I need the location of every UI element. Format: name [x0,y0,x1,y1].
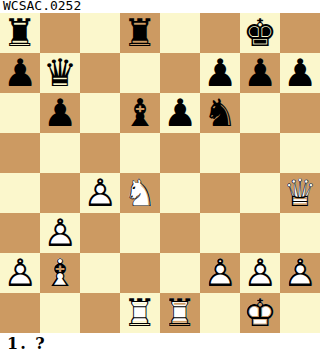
white-pawn-fill: ♟ [280,253,320,293]
square-a1[interactable] [0,293,40,333]
square-d4[interactable]: ♞♘ [120,173,160,213]
black-king-icon: ♚ [240,13,280,53]
square-a4[interactable] [0,173,40,213]
black-pawn-icon: ♟ [240,53,280,93]
square-f8[interactable] [200,13,240,53]
square-d8[interactable]: ♜ [120,13,160,53]
white-pawn-icon: ♙ [280,253,320,293]
square-h7[interactable]: ♟ [280,53,320,93]
square-d5[interactable] [120,133,160,173]
square-f2[interactable]: ♟♙ [200,253,240,293]
square-e6[interactable]: ♟ [160,93,200,133]
square-g8[interactable]: ♚ [240,13,280,53]
square-b3[interactable]: ♟♙ [40,213,80,253]
square-b4[interactable] [40,173,80,213]
white-bishop-fill: ♝ [40,253,80,293]
white-rook-fill: ♜ [120,293,160,333]
square-b1[interactable] [40,293,80,333]
black-queen-icon: ♛ [40,53,80,93]
black-pawn-icon: ♟ [160,93,200,133]
square-g1[interactable]: ♚♔ [240,293,280,333]
square-g5[interactable] [240,133,280,173]
chess-board: ♜♜♚♟♛♟♟♟♟♝♟♞♟♙♞♘♛♕♟♙♟♙♝♗♟♙♟♙♟♙♜♖♜♖♚♔ [0,13,320,333]
square-c4[interactable]: ♟♙ [80,173,120,213]
square-b8[interactable] [40,13,80,53]
square-b2[interactable]: ♝♗ [40,253,80,293]
square-h6[interactable] [280,93,320,133]
square-c7[interactable] [80,53,120,93]
white-pawn-fill: ♟ [80,173,120,213]
square-h2[interactable]: ♟♙ [280,253,320,293]
square-f4[interactable] [200,173,240,213]
square-h4[interactable]: ♛♕ [280,173,320,213]
square-h3[interactable] [280,213,320,253]
white-rook-icon: ♖ [120,293,160,333]
square-a7[interactable]: ♟ [0,53,40,93]
white-knight-fill: ♞ [120,173,160,213]
white-pawn-icon: ♙ [0,253,40,293]
square-f3[interactable] [200,213,240,253]
black-pawn-icon: ♟ [0,53,40,93]
page-title: WCSAC.0252 [3,0,81,13]
white-pawn-fill: ♟ [200,253,240,293]
square-c2[interactable] [80,253,120,293]
square-d2[interactable] [120,253,160,293]
square-e5[interactable] [160,133,200,173]
square-c6[interactable] [80,93,120,133]
square-e7[interactable] [160,53,200,93]
white-knight-icon: ♘ [120,173,160,213]
square-e1[interactable]: ♜♖ [160,293,200,333]
square-f7[interactable]: ♟ [200,53,240,93]
square-c5[interactable] [80,133,120,173]
white-bishop-icon: ♗ [40,253,80,293]
square-c1[interactable] [80,293,120,333]
square-e3[interactable] [160,213,200,253]
square-d6[interactable]: ♝ [120,93,160,133]
white-pawn-icon: ♙ [240,253,280,293]
square-g6[interactable] [240,93,280,133]
square-h5[interactable] [280,133,320,173]
square-h1[interactable] [280,293,320,333]
square-g3[interactable] [240,213,280,253]
square-a2[interactable]: ♟♙ [0,253,40,293]
black-knight-icon: ♞ [200,93,240,133]
square-f6[interactable]: ♞ [200,93,240,133]
square-g2[interactable]: ♟♙ [240,253,280,293]
square-a5[interactable] [0,133,40,173]
white-pawn-icon: ♙ [80,173,120,213]
square-c3[interactable] [80,213,120,253]
white-rook-icon: ♖ [160,293,200,333]
square-d3[interactable] [120,213,160,253]
white-king-fill: ♚ [240,293,280,333]
square-a6[interactable] [0,93,40,133]
square-a8[interactable]: ♜ [0,13,40,53]
square-c8[interactable] [80,13,120,53]
square-g4[interactable] [240,173,280,213]
square-f1[interactable] [200,293,240,333]
white-pawn-fill: ♟ [40,213,80,253]
square-a3[interactable] [0,213,40,253]
black-pawn-icon: ♟ [200,53,240,93]
white-rook-fill: ♜ [160,293,200,333]
white-pawn-fill: ♟ [0,253,40,293]
square-e8[interactable] [160,13,200,53]
square-b5[interactable] [40,133,80,173]
black-rook-icon: ♜ [120,13,160,53]
white-queen-fill: ♛ [280,173,320,213]
square-h8[interactable] [280,13,320,53]
black-rook-icon: ♜ [0,13,40,53]
white-king-icon: ♔ [240,293,280,333]
white-pawn-icon: ♙ [40,213,80,253]
white-queen-icon: ♕ [280,173,320,213]
white-pawn-fill: ♟ [240,253,280,293]
square-e2[interactable] [160,253,200,293]
square-b6[interactable]: ♟ [40,93,80,133]
black-pawn-icon: ♟ [40,93,80,133]
square-e4[interactable] [160,173,200,213]
white-pawn-icon: ♙ [200,253,240,293]
black-bishop-icon: ♝ [120,93,160,133]
square-g7[interactable]: ♟ [240,53,280,93]
square-b7[interactable]: ♛ [40,53,80,93]
square-f5[interactable] [200,133,240,173]
square-d7[interactable] [120,53,160,93]
square-d1[interactable]: ♜♖ [120,293,160,333]
black-pawn-icon: ♟ [280,53,320,93]
move-prompt: 1. ? [7,335,47,353]
